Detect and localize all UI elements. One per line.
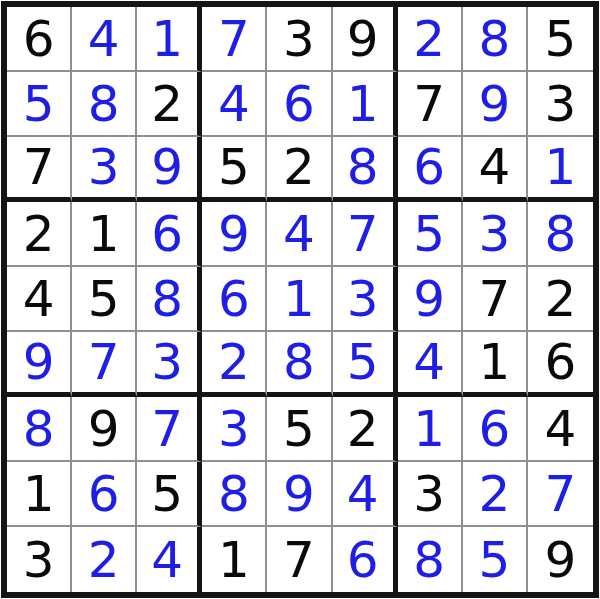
cell-r1c4-solved[interactable]: 7 — [202, 7, 267, 72]
cell-r6c7-solved[interactable]: 4 — [398, 332, 463, 397]
cell-r4c6-solved[interactable]: 7 — [333, 202, 398, 267]
cell-r8c3-given[interactable]: 5 — [137, 462, 202, 527]
cell-r3c4-given[interactable]: 5 — [202, 137, 267, 202]
cell-r7c3-solved[interactable]: 7 — [137, 397, 202, 462]
cell-r1c1-given[interactable]: 6 — [7, 7, 72, 72]
cell-r5c1-given[interactable]: 4 — [7, 267, 72, 332]
cell-r4c2-given[interactable]: 1 — [72, 202, 137, 267]
cell-r5c2-given[interactable]: 5 — [72, 267, 137, 332]
cell-r1c5-given[interactable]: 3 — [267, 7, 332, 72]
cell-r2c3-given[interactable]: 2 — [137, 72, 202, 137]
cell-r3c5-given[interactable]: 2 — [267, 137, 332, 202]
cell-r6c3-solved[interactable]: 3 — [137, 332, 202, 397]
cell-r5c7-solved[interactable]: 9 — [398, 267, 463, 332]
cell-r4c5-solved[interactable]: 4 — [267, 202, 332, 267]
cell-r6c9-given[interactable]: 6 — [528, 332, 593, 397]
cell-r2c2-solved[interactable]: 8 — [72, 72, 137, 137]
cell-r7c2-given[interactable]: 9 — [72, 397, 137, 462]
cell-r4c4-solved[interactable]: 9 — [202, 202, 267, 267]
cell-r6c8-given[interactable]: 1 — [463, 332, 528, 397]
cell-r7c1-solved[interactable]: 8 — [7, 397, 72, 462]
cell-r8c8-solved[interactable]: 2 — [463, 462, 528, 527]
cell-r3c6-solved[interactable]: 8 — [333, 137, 398, 202]
cell-r7c7-solved[interactable]: 1 — [398, 397, 463, 462]
cell-r3c8-given[interactable]: 4 — [463, 137, 528, 202]
cell-r7c9-given[interactable]: 4 — [528, 397, 593, 462]
cell-r9c5-given[interactable]: 7 — [267, 527, 332, 592]
cell-r6c1-solved[interactable]: 9 — [7, 332, 72, 397]
cell-r8c5-solved[interactable]: 9 — [267, 462, 332, 527]
cell-r1c9-given[interactable]: 5 — [528, 7, 593, 72]
cell-r1c6-given[interactable]: 9 — [333, 7, 398, 72]
cell-r9c6-solved[interactable]: 6 — [333, 527, 398, 592]
cell-r2c4-solved[interactable]: 4 — [202, 72, 267, 137]
cell-r4c3-solved[interactable]: 6 — [137, 202, 202, 267]
cell-r5c9-given[interactable]: 2 — [528, 267, 593, 332]
cell-r4c7-solved[interactable]: 5 — [398, 202, 463, 267]
cell-r1c3-solved[interactable]: 1 — [137, 7, 202, 72]
cell-r7c5-given[interactable]: 5 — [267, 397, 332, 462]
cell-r8c6-solved[interactable]: 4 — [333, 462, 398, 527]
cell-r9c2-solved[interactable]: 2 — [72, 527, 137, 592]
cell-r3c1-given[interactable]: 7 — [7, 137, 72, 202]
cell-r4c1-given[interactable]: 2 — [7, 202, 72, 267]
cell-r2c8-solved[interactable]: 9 — [463, 72, 528, 137]
cell-r5c6-solved[interactable]: 3 — [333, 267, 398, 332]
cell-r5c4-solved[interactable]: 6 — [202, 267, 267, 332]
cell-r1c8-solved[interactable]: 8 — [463, 7, 528, 72]
cell-r7c6-given[interactable]: 2 — [333, 397, 398, 462]
cell-r9c8-solved[interactable]: 5 — [463, 527, 528, 592]
cell-r2c9-given[interactable]: 3 — [528, 72, 593, 137]
cell-r6c5-solved[interactable]: 8 — [267, 332, 332, 397]
cell-r3c2-solved[interactable]: 3 — [72, 137, 137, 202]
cell-r1c7-solved[interactable]: 2 — [398, 7, 463, 72]
cell-r2c5-solved[interactable]: 6 — [267, 72, 332, 137]
cell-r7c4-solved[interactable]: 3 — [202, 397, 267, 462]
cell-r8c2-solved[interactable]: 6 — [72, 462, 137, 527]
cell-r8c7-given[interactable]: 3 — [398, 462, 463, 527]
cell-r5c3-solved[interactable]: 8 — [137, 267, 202, 332]
cell-r2c1-solved[interactable]: 5 — [7, 72, 72, 137]
cell-r9c1-given[interactable]: 3 — [7, 527, 72, 592]
cell-r9c4-given[interactable]: 1 — [202, 527, 267, 592]
cell-r3c9-solved[interactable]: 1 — [528, 137, 593, 202]
cell-r6c6-solved[interactable]: 5 — [333, 332, 398, 397]
cell-r4c8-solved[interactable]: 3 — [463, 202, 528, 267]
cell-r2c6-solved[interactable]: 1 — [333, 72, 398, 137]
sudoku-board: 6417392855824617937395286412169475384586… — [1, 1, 599, 598]
cell-r3c3-solved[interactable]: 9 — [137, 137, 202, 202]
cell-r6c4-solved[interactable]: 2 — [202, 332, 267, 397]
cell-r6c2-solved[interactable]: 7 — [72, 332, 137, 397]
cell-r1c2-solved[interactable]: 4 — [72, 7, 137, 72]
cell-r7c8-solved[interactable]: 6 — [463, 397, 528, 462]
cell-r5c8-given[interactable]: 7 — [463, 267, 528, 332]
cell-r2c7-given[interactable]: 7 — [398, 72, 463, 137]
cell-r8c9-solved[interactable]: 7 — [528, 462, 593, 527]
cell-r9c3-solved[interactable]: 4 — [137, 527, 202, 592]
cell-r3c7-solved[interactable]: 6 — [398, 137, 463, 202]
cell-r8c1-given[interactable]: 1 — [7, 462, 72, 527]
cell-r5c5-solved[interactable]: 1 — [267, 267, 332, 332]
cell-r9c9-given[interactable]: 9 — [528, 527, 593, 592]
cell-r4c9-solved[interactable]: 8 — [528, 202, 593, 267]
cell-r9c7-solved[interactable]: 8 — [398, 527, 463, 592]
cell-r8c4-solved[interactable]: 8 — [202, 462, 267, 527]
